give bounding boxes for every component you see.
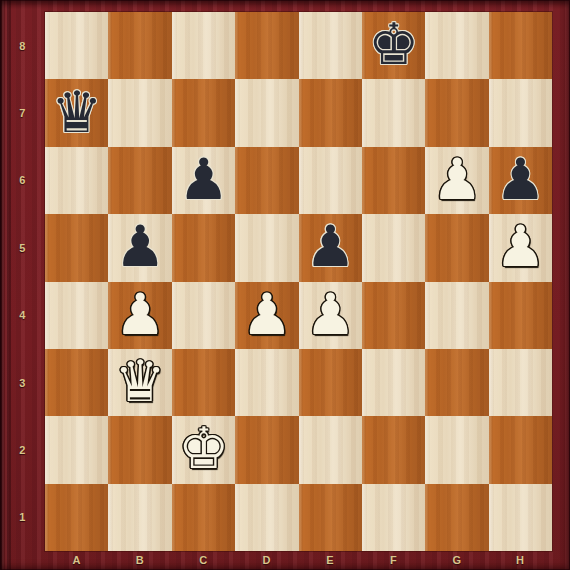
square-a7[interactable]: ♛ [45, 79, 108, 146]
square-h5[interactable]: ♟ [489, 214, 552, 281]
piece-black-queen[interactable]: ♛ [51, 84, 102, 141]
square-h1[interactable] [489, 484, 552, 551]
square-f1[interactable] [362, 484, 425, 551]
square-d3[interactable] [235, 349, 298, 416]
square-g2[interactable] [425, 416, 488, 483]
square-c3[interactable] [172, 349, 235, 416]
square-d8[interactable] [235, 12, 298, 79]
square-c1[interactable] [172, 484, 235, 551]
file-labels: ABCDEFGH [45, 551, 552, 570]
file-label-h: H [489, 551, 552, 570]
piece-black-pawn[interactable]: ♟ [495, 151, 546, 208]
square-b3[interactable]: ♛ [108, 349, 171, 416]
rank-label-8: 8 [0, 12, 45, 79]
square-h6[interactable]: ♟ [489, 147, 552, 214]
square-e5[interactable]: ♟ [299, 214, 362, 281]
square-f5[interactable] [362, 214, 425, 281]
piece-white-pawn[interactable]: ♟ [305, 286, 356, 343]
square-h8[interactable] [489, 12, 552, 79]
square-b7[interactable] [108, 79, 171, 146]
square-f7[interactable] [362, 79, 425, 146]
rank-label-7: 7 [0, 79, 45, 146]
square-b6[interactable] [108, 147, 171, 214]
square-a8[interactable] [45, 12, 108, 79]
rank-labels: 87654321 [0, 12, 45, 551]
square-a4[interactable] [45, 282, 108, 349]
square-d5[interactable] [235, 214, 298, 281]
file-label-d: D [235, 551, 298, 570]
square-e3[interactable] [299, 349, 362, 416]
file-label-c: C [172, 551, 235, 570]
square-f8[interactable]: ♚ [362, 12, 425, 79]
chess-board: ♚♛♟♟♟♟♟♟♟♟♟♛♚ [45, 12, 552, 551]
square-f2[interactable] [362, 416, 425, 483]
piece-white-pawn[interactable]: ♟ [431, 151, 482, 208]
piece-white-pawn[interactable]: ♟ [495, 218, 546, 275]
file-label-e: E [299, 551, 362, 570]
square-h2[interactable] [489, 416, 552, 483]
rank-label-3: 3 [0, 349, 45, 416]
square-d6[interactable] [235, 147, 298, 214]
piece-black-pawn[interactable]: ♟ [305, 218, 356, 275]
square-h4[interactable] [489, 282, 552, 349]
file-label-a: A [45, 551, 108, 570]
square-g3[interactable] [425, 349, 488, 416]
square-a3[interactable] [45, 349, 108, 416]
square-g8[interactable] [425, 12, 488, 79]
square-c6[interactable]: ♟ [172, 147, 235, 214]
piece-white-king[interactable]: ♚ [178, 420, 229, 477]
square-c4[interactable] [172, 282, 235, 349]
piece-white-pawn[interactable]: ♟ [241, 286, 292, 343]
square-d2[interactable] [235, 416, 298, 483]
square-a6[interactable] [45, 147, 108, 214]
square-c8[interactable] [172, 12, 235, 79]
square-h7[interactable] [489, 79, 552, 146]
piece-white-queen[interactable]: ♛ [115, 353, 166, 410]
rank-label-6: 6 [0, 147, 45, 214]
square-c5[interactable] [172, 214, 235, 281]
square-g6[interactable]: ♟ [425, 147, 488, 214]
square-e1[interactable] [299, 484, 362, 551]
square-e7[interactable] [299, 79, 362, 146]
square-e6[interactable] [299, 147, 362, 214]
square-d4[interactable]: ♟ [235, 282, 298, 349]
piece-black-king[interactable]: ♚ [368, 16, 419, 73]
board-frame: 87654321 ABCDEFGH ♚♛♟♟♟♟♟♟♟♟♟♛♚ [0, 0, 570, 570]
square-g5[interactable] [425, 214, 488, 281]
square-b1[interactable] [108, 484, 171, 551]
square-h3[interactable] [489, 349, 552, 416]
square-e4[interactable]: ♟ [299, 282, 362, 349]
square-c2[interactable]: ♚ [172, 416, 235, 483]
file-label-f: F [362, 551, 425, 570]
file-label-g: G [425, 551, 488, 570]
square-a5[interactable] [45, 214, 108, 281]
square-d7[interactable] [235, 79, 298, 146]
square-b5[interactable]: ♟ [108, 214, 171, 281]
rank-label-1: 1 [0, 484, 45, 551]
square-a1[interactable] [45, 484, 108, 551]
rank-label-2: 2 [0, 416, 45, 483]
square-e2[interactable] [299, 416, 362, 483]
square-g1[interactable] [425, 484, 488, 551]
square-g4[interactable] [425, 282, 488, 349]
square-a2[interactable] [45, 416, 108, 483]
piece-black-pawn[interactable]: ♟ [115, 218, 166, 275]
square-f4[interactable] [362, 282, 425, 349]
piece-white-pawn[interactable]: ♟ [115, 286, 166, 343]
square-b4[interactable]: ♟ [108, 282, 171, 349]
file-label-b: B [108, 551, 171, 570]
square-c7[interactable] [172, 79, 235, 146]
square-f6[interactable] [362, 147, 425, 214]
square-b2[interactable] [108, 416, 171, 483]
square-g7[interactable] [425, 79, 488, 146]
rank-label-4: 4 [0, 282, 45, 349]
square-e8[interactable] [299, 12, 362, 79]
rank-label-5: 5 [0, 214, 45, 281]
piece-black-pawn[interactable]: ♟ [178, 151, 229, 208]
square-f3[interactable] [362, 349, 425, 416]
square-d1[interactable] [235, 484, 298, 551]
square-b8[interactable] [108, 12, 171, 79]
